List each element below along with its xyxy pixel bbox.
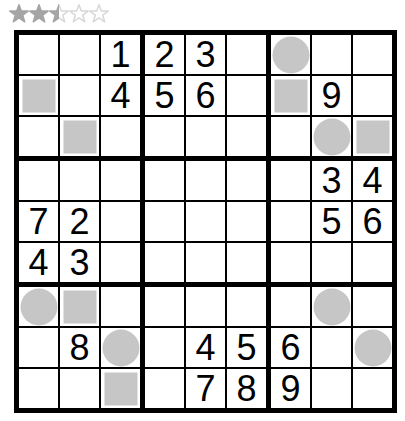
cell-r8c7[interactable]: 6 [271,328,312,369]
cell-r8c4[interactable] [145,328,186,369]
cell-r9c9[interactable] [353,369,392,408]
cell-r8c6[interactable]: 5 [227,328,271,369]
given-digit: 3 [321,163,341,199]
given-digit: 6 [362,204,382,240]
cell-r3c5[interactable] [186,117,227,161]
cell-r4c4[interactable] [145,161,186,202]
star-empty-icon [69,4,89,24]
cell-r2c8[interactable]: 9 [312,76,353,117]
cell-r4c7[interactable] [271,161,312,202]
cell-r6c7[interactable] [271,243,312,287]
cell-r1c4[interactable]: 2 [145,35,186,76]
even-square-marker [22,79,55,112]
cell-r1c3[interactable]: 1 [101,35,145,76]
cell-r8c8[interactable] [312,328,353,369]
cell-r7c4[interactable] [145,287,186,328]
given-digit: 9 [280,371,300,407]
cell-r9c6[interactable]: 8 [227,369,271,408]
difficulty-rating [9,3,109,25]
given-digit: 2 [154,37,174,73]
cell-r9c3[interactable] [101,369,145,408]
cell-r1c5[interactable]: 3 [186,35,227,76]
sudoku-board: 1234569347256438456789 [14,30,397,413]
even-square-marker [356,120,389,153]
cell-r7c3[interactable] [101,287,145,328]
cell-r3c8[interactable] [312,117,353,161]
cell-r5c6[interactable] [227,202,271,243]
cell-r9c5[interactable]: 7 [186,369,227,408]
cell-r8c2[interactable]: 8 [60,328,101,369]
cell-r6c1[interactable]: 4 [19,243,60,287]
given-digit: 4 [195,330,215,366]
cell-r6c9[interactable] [353,243,392,287]
given-digit: 6 [280,330,300,366]
cell-r6c6[interactable] [227,243,271,287]
cell-r1c8[interactable] [312,35,353,76]
given-digit: 7 [195,371,215,407]
given-digit: 3 [69,245,89,281]
cell-r6c2[interactable]: 3 [60,243,101,287]
cell-r9c7[interactable]: 9 [271,369,312,408]
given-digit: 1 [110,37,130,73]
even-square-marker [63,120,96,153]
cell-r6c5[interactable] [186,243,227,287]
cell-r7c8[interactable] [312,287,353,328]
cell-r4c9[interactable]: 4 [353,161,392,202]
cell-r5c7[interactable] [271,202,312,243]
cell-r4c6[interactable] [227,161,271,202]
cell-r3c3[interactable] [101,117,145,161]
even-square-marker [63,290,96,323]
given-digit: 2 [69,204,89,240]
cell-r3c7[interactable] [271,117,312,161]
cell-r7c9[interactable] [353,287,392,328]
cell-r5c4[interactable] [145,202,186,243]
cell-r5c5[interactable] [186,202,227,243]
even-square-marker [104,372,137,405]
cell-r5c3[interactable] [101,202,145,243]
given-digit: 5 [154,78,174,114]
given-digit: 5 [236,330,256,366]
given-digit: 6 [195,78,215,114]
odd-circle-marker [102,329,139,366]
cell-r7c5[interactable] [186,287,227,328]
cell-r3c2[interactable] [60,117,101,161]
given-digit: 4 [362,163,382,199]
star-full-icon [9,4,29,24]
cell-r5c2[interactable]: 2 [60,202,101,243]
given-digit: 4 [110,78,130,114]
given-digit: 5 [321,204,341,240]
cell-r1c1[interactable] [19,35,60,76]
star-full-icon [29,4,49,24]
cell-r4c3[interactable] [101,161,145,202]
cell-r2c7[interactable] [271,76,312,117]
odd-circle-marker [272,36,309,73]
cell-r6c8[interactable] [312,243,353,287]
cell-r6c3[interactable] [101,243,145,287]
star-half-icon [49,4,69,24]
cell-r4c1[interactable] [19,161,60,202]
cell-r5c9[interactable]: 6 [353,202,392,243]
cell-r3c1[interactable] [19,117,60,161]
cell-r4c5[interactable] [186,161,227,202]
cell-r2c6[interactable] [227,76,271,117]
cell-r8c9[interactable] [353,328,392,369]
odd-circle-marker [313,118,350,155]
cell-r8c5[interactable]: 4 [186,328,227,369]
given-digit: 4 [28,245,48,281]
cell-r7c6[interactable] [227,287,271,328]
given-digit: 9 [321,78,341,114]
cell-r2c9[interactable] [353,76,392,117]
given-digit: 7 [28,204,48,240]
cell-r4c2[interactable] [60,161,101,202]
even-square-marker [274,79,307,112]
cell-r5c8[interactable]: 5 [312,202,353,243]
cell-r2c3[interactable]: 4 [101,76,145,117]
cell-r1c9[interactable] [353,35,392,76]
cell-r9c4[interactable] [145,369,186,408]
cell-r3c9[interactable] [353,117,392,161]
cell-r2c1[interactable] [19,76,60,117]
cell-r7c1[interactable] [19,287,60,328]
cell-r9c8[interactable] [312,369,353,408]
cell-r8c1[interactable] [19,328,60,369]
cell-r3c4[interactable] [145,117,186,161]
cell-r1c2[interactable] [60,35,101,76]
cell-r2c2[interactable] [60,76,101,117]
odd-circle-marker [313,288,350,325]
cell-r6c4[interactable] [145,243,186,287]
odd-circle-marker [20,288,57,325]
given-digit: 8 [236,371,256,407]
given-digit: 8 [69,330,89,366]
cell-r9c2[interactable] [60,369,101,408]
cell-r8c3[interactable] [101,328,145,369]
cell-r7c2[interactable] [60,287,101,328]
cell-r9c1[interactable] [19,369,60,408]
cell-r1c6[interactable] [227,35,271,76]
odd-circle-marker [354,329,391,366]
cell-r5c1[interactable]: 7 [19,202,60,243]
given-digit: 3 [195,37,215,73]
cell-r3c6[interactable] [227,117,271,161]
cell-r2c5[interactable]: 6 [186,76,227,117]
cell-r4c8[interactable]: 3 [312,161,353,202]
cell-r7c7[interactable] [271,287,312,328]
cell-r2c4[interactable]: 5 [145,76,186,117]
puzzle-page: 1234569347256438456789 [0,0,405,421]
star-empty-icon [89,4,109,24]
cell-r1c7[interactable] [271,35,312,76]
